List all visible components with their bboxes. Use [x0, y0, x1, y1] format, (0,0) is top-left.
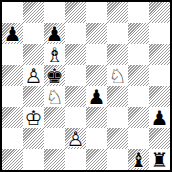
square-g4[interactable]: [128, 86, 149, 107]
square-c1[interactable]: [44, 149, 65, 170]
square-g8[interactable]: [128, 2, 149, 23]
square-g1[interactable]: ♝♝: [128, 149, 149, 170]
square-c5[interactable]: ♚♚: [44, 65, 65, 86]
square-b2[interactable]: [23, 128, 44, 149]
square-e6[interactable]: [86, 44, 107, 65]
square-e8[interactable]: [86, 2, 107, 23]
square-d2[interactable]: ♟♙: [65, 128, 86, 149]
black-pawn-h3[interactable]: ♟♟: [149, 107, 170, 128]
square-a8[interactable]: [2, 2, 23, 23]
square-f5[interactable]: ♞♘: [107, 65, 128, 86]
white-king-icon: ♔: [23, 107, 44, 128]
black-pawn-icon: ♟: [86, 86, 107, 107]
white-knight-icon: ♘: [107, 65, 128, 86]
square-g2[interactable]: [128, 128, 149, 149]
square-c7[interactable]: ♟♟: [44, 23, 65, 44]
square-f2[interactable]: [107, 128, 128, 149]
white-pawn-icon: ♙: [23, 65, 44, 86]
square-b3[interactable]: ♚♔: [23, 107, 44, 128]
white-knight-f5[interactable]: ♞♘: [107, 65, 128, 86]
black-pawn-icon: ♟: [149, 107, 170, 128]
black-pawn-a7[interactable]: ♟♟: [2, 23, 23, 44]
square-c4[interactable]: ♞♘: [44, 86, 65, 107]
square-h5[interactable]: [149, 65, 170, 86]
square-f3[interactable]: [107, 107, 128, 128]
square-b5[interactable]: ♟♙: [23, 65, 44, 86]
square-a6[interactable]: [2, 44, 23, 65]
black-bishop-icon: ♝: [128, 149, 149, 170]
square-c6[interactable]: ♝♗: [44, 44, 65, 65]
white-bishop-icon: ♗: [44, 44, 65, 65]
square-g5[interactable]: [128, 65, 149, 86]
square-a1[interactable]: [2, 149, 23, 170]
square-d3[interactable]: [65, 107, 86, 128]
black-king-c5[interactable]: ♚♚: [44, 65, 65, 86]
square-g6[interactable]: [128, 44, 149, 65]
square-e3[interactable]: [86, 107, 107, 128]
square-a3[interactable]: [2, 107, 23, 128]
black-pawn-c7[interactable]: ♟♟: [44, 23, 65, 44]
square-e1[interactable]: [86, 149, 107, 170]
white-king-b3[interactable]: ♚♔: [23, 107, 44, 128]
white-pawn-d2[interactable]: ♟♙: [65, 128, 86, 149]
black-king-icon: ♚: [44, 65, 65, 86]
square-h8[interactable]: [149, 2, 170, 23]
white-knight-c4[interactable]: ♞♘: [44, 86, 65, 107]
square-h1[interactable]: ♜♜: [149, 149, 170, 170]
black-pawn-icon: ♟: [2, 23, 23, 44]
square-h7[interactable]: [149, 23, 170, 44]
square-c3[interactable]: [44, 107, 65, 128]
square-a2[interactable]: [2, 128, 23, 149]
square-f1[interactable]: [107, 149, 128, 170]
square-f8[interactable]: [107, 2, 128, 23]
square-a7[interactable]: ♟♟: [2, 23, 23, 44]
square-d5[interactable]: [65, 65, 86, 86]
square-f4[interactable]: [107, 86, 128, 107]
white-pawn-icon: ♙: [65, 128, 86, 149]
white-knight-icon: ♘: [44, 86, 65, 107]
square-h6[interactable]: [149, 44, 170, 65]
black-rook-icon: ♜: [149, 149, 170, 170]
chess-diagram: ♟♟♟♟♝♗♟♙♚♚♞♘♞♘♟♟♚♔♟♟♟♙♝♝♜♜: [0, 0, 172, 172]
square-d1[interactable]: [65, 149, 86, 170]
square-g7[interactable]: [128, 23, 149, 44]
square-b8[interactable]: [23, 2, 44, 23]
black-pawn-icon: ♟: [44, 23, 65, 44]
square-c2[interactable]: [44, 128, 65, 149]
square-e2[interactable]: [86, 128, 107, 149]
square-h2[interactable]: [149, 128, 170, 149]
black-rook-h1[interactable]: ♜♜: [149, 149, 170, 170]
square-e7[interactable]: [86, 23, 107, 44]
square-e5[interactable]: [86, 65, 107, 86]
square-a5[interactable]: [2, 65, 23, 86]
square-f7[interactable]: [107, 23, 128, 44]
black-pawn-e4[interactable]: ♟♟: [86, 86, 107, 107]
square-e4[interactable]: ♟♟: [86, 86, 107, 107]
square-b6[interactable]: [23, 44, 44, 65]
square-f6[interactable]: [107, 44, 128, 65]
black-bishop-g1[interactable]: ♝♝: [128, 149, 149, 170]
chess-board-grid: ♟♟♟♟♝♗♟♙♚♚♞♘♞♘♟♟♚♔♟♟♟♙♝♝♜♜: [0, 0, 172, 172]
square-h4[interactable]: [149, 86, 170, 107]
square-a4[interactable]: [2, 86, 23, 107]
square-b7[interactable]: [23, 23, 44, 44]
square-d6[interactable]: [65, 44, 86, 65]
square-d4[interactable]: [65, 86, 86, 107]
square-g3[interactable]: [128, 107, 149, 128]
square-d8[interactable]: [65, 2, 86, 23]
square-d7[interactable]: [65, 23, 86, 44]
square-h3[interactable]: ♟♟: [149, 107, 170, 128]
square-b4[interactable]: [23, 86, 44, 107]
white-bishop-c6[interactable]: ♝♗: [44, 44, 65, 65]
square-c8[interactable]: [44, 2, 65, 23]
square-b1[interactable]: [23, 149, 44, 170]
white-pawn-b5[interactable]: ♟♙: [23, 65, 44, 86]
